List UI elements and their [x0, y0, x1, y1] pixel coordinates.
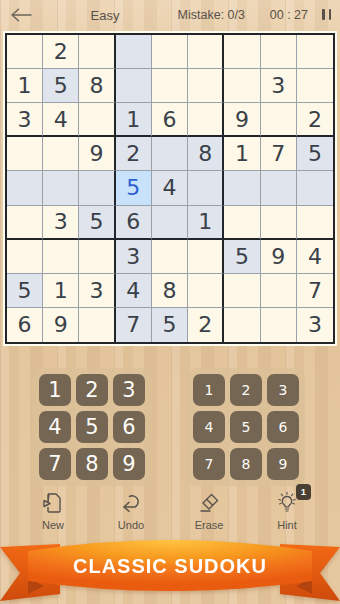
- cell-r4c3[interactable]: 9: [79, 137, 115, 171]
- cell-r5c2[interactable]: [43, 171, 79, 205]
- cell-r3c7[interactable]: 9: [224, 103, 260, 137]
- main-key-7[interactable]: 7: [39, 448, 71, 480]
- notes-key-2[interactable]: 2: [230, 374, 262, 406]
- cell-r6c4[interactable]: 6: [116, 206, 152, 240]
- cell-r1c4[interactable]: [116, 35, 152, 69]
- main-key-2[interactable]: 2: [76, 374, 108, 406]
- cell-r7c6[interactable]: [188, 240, 224, 274]
- cell-r4c2[interactable]: [43, 137, 79, 171]
- cell-r8c6[interactable]: [188, 274, 224, 308]
- cell-r8c4[interactable]: 4: [116, 274, 152, 308]
- cell-r6c9[interactable]: [297, 206, 333, 240]
- numpad-notes: 123456789: [187, 368, 305, 486]
- classic-sudoku-ribbon: CLASSIC SUDOKU: [0, 536, 340, 604]
- cell-r2c6[interactable]: [188, 69, 224, 103]
- cell-r1c6[interactable]: [188, 35, 224, 69]
- cell-r3c8[interactable]: [261, 103, 297, 137]
- cell-r5c3[interactable]: [79, 171, 115, 205]
- cell-r4c4[interactable]: 2: [116, 137, 152, 171]
- cell-r9c6[interactable]: 2: [188, 308, 224, 342]
- cell-r8c3[interactable]: 3: [79, 274, 115, 308]
- cell-r5c1[interactable]: [7, 171, 43, 205]
- cell-r3c6[interactable]: [188, 103, 224, 137]
- undo-icon: [118, 490, 144, 516]
- cell-r7c4[interactable]: 3: [116, 240, 152, 274]
- cell-r2c5[interactable]: [152, 69, 188, 103]
- cell-r2c3[interactable]: 8: [79, 69, 115, 103]
- pause-icon[interactable]: [322, 9, 331, 20]
- cell-r6c6[interactable]: 1: [188, 206, 224, 240]
- notes-key-3[interactable]: 3: [267, 374, 299, 406]
- cell-r3c5[interactable]: 6: [152, 103, 188, 137]
- undo-label: Undo: [118, 519, 144, 531]
- cell-r8c2[interactable]: 1: [43, 274, 79, 308]
- new-game-icon: [40, 490, 66, 516]
- cell-r4c6[interactable]: 8: [188, 137, 224, 171]
- notes-key-7[interactable]: 7: [193, 448, 225, 480]
- erase-icon: [196, 490, 222, 516]
- cell-r9c7[interactable]: [224, 308, 260, 342]
- cell-r7c9[interactable]: 4: [297, 240, 333, 274]
- cell-r4c9[interactable]: 5: [297, 137, 333, 171]
- hint-label: Hint: [277, 519, 297, 531]
- board-panel: 215833416929281755435613594513487697523: [3, 31, 337, 346]
- cell-r3c1[interactable]: 3: [7, 103, 43, 137]
- cell-r1c5[interactable]: [152, 35, 188, 69]
- cell-r8c9[interactable]: 7: [297, 274, 333, 308]
- cell-r3c3[interactable]: [79, 103, 115, 137]
- cell-r2c1[interactable]: 1: [7, 69, 43, 103]
- cell-r4c7[interactable]: 1: [224, 137, 260, 171]
- cell-r7c5[interactable]: [152, 240, 188, 274]
- numpad-main: 123456789: [33, 368, 151, 486]
- cell-r2c2[interactable]: 5: [43, 69, 79, 103]
- banner-text: CLASSIC SUDOKU: [73, 555, 267, 577]
- cell-r4c8[interactable]: 7: [261, 137, 297, 171]
- sudoku-app: Easy Mistake: 0/3 00 : 27 21583341692928…: [0, 0, 340, 604]
- cell-r9c9[interactable]: 3: [297, 308, 333, 342]
- erase-button[interactable]: Erase: [170, 490, 248, 531]
- notes-key-4[interactable]: 4: [193, 411, 225, 443]
- main-key-4[interactable]: 4: [39, 411, 71, 443]
- cell-r8c5[interactable]: 8: [152, 274, 188, 308]
- cell-r5c6[interactable]: [188, 171, 224, 205]
- cell-r1c9[interactable]: [297, 35, 333, 69]
- cell-r9c3[interactable]: [79, 308, 115, 342]
- sudoku-grid: 215833416929281755435613594513487697523: [5, 33, 335, 344]
- cell-r7c8[interactable]: 9: [261, 240, 297, 274]
- cell-r3c4[interactable]: 1: [116, 103, 152, 137]
- new-game-label: New: [42, 519, 64, 531]
- cell-r9c4[interactable]: 7: [116, 308, 152, 342]
- notes-key-8[interactable]: 8: [230, 448, 262, 480]
- hint-button[interactable]: 1 Hint: [248, 490, 326, 531]
- cell-r8c7[interactable]: [224, 274, 260, 308]
- cell-r1c8[interactable]: [261, 35, 297, 69]
- cell-r5c7[interactable]: [224, 171, 260, 205]
- toolbar: New Undo Erase 1: [0, 490, 340, 531]
- cell-r1c2[interactable]: 2: [43, 35, 79, 69]
- notes-key-9[interactable]: 9: [267, 448, 299, 480]
- cell-r2c9[interactable]: [297, 69, 333, 103]
- cell-r7c7[interactable]: 5: [224, 240, 260, 274]
- main-key-6[interactable]: 6: [113, 411, 145, 443]
- cell-r1c3[interactable]: [79, 35, 115, 69]
- hint-badge: 1: [296, 484, 311, 500]
- cell-r9c8[interactable]: [261, 308, 297, 342]
- main-key-9[interactable]: 9: [113, 448, 145, 480]
- cell-r4c1[interactable]: [7, 137, 43, 171]
- cell-r7c3[interactable]: [79, 240, 115, 274]
- cell-r4c5[interactable]: [152, 137, 188, 171]
- back-arrow-icon[interactable]: [10, 8, 32, 22]
- notes-key-6[interactable]: 6: [267, 411, 299, 443]
- erase-label: Erase: [195, 519, 224, 531]
- cell-r7c1[interactable]: [7, 240, 43, 274]
- new-game-button[interactable]: New: [14, 490, 92, 531]
- timer: 00 : 27: [270, 8, 308, 22]
- cell-r2c7[interactable]: [224, 69, 260, 103]
- cell-r6c2[interactable]: 3: [43, 206, 79, 240]
- cell-r6c7[interactable]: [224, 206, 260, 240]
- main-key-1[interactable]: 1: [39, 374, 71, 406]
- cell-r2c4[interactable]: [116, 69, 152, 103]
- difficulty-label: Easy: [91, 8, 120, 23]
- main-key-8[interactable]: 8: [76, 448, 108, 480]
- cell-r3c9[interactable]: 2: [297, 103, 333, 137]
- notes-key-5[interactable]: 5: [230, 411, 262, 443]
- cell-r1c7[interactable]: [224, 35, 260, 69]
- cell-r7c2[interactable]: [43, 240, 79, 274]
- main-key-5[interactable]: 5: [76, 411, 108, 443]
- cell-r3c2[interactable]: 4: [43, 103, 79, 137]
- main-key-3[interactable]: 3: [113, 374, 145, 406]
- top-bar: Easy Mistake: 0/3 00 : 27: [0, 0, 340, 30]
- cell-r6c5[interactable]: [152, 206, 188, 240]
- cell-r9c2[interactable]: 9: [43, 308, 79, 342]
- cell-r5c8[interactable]: [261, 171, 297, 205]
- cell-r5c5[interactable]: 4: [152, 171, 188, 205]
- cell-r6c8[interactable]: [261, 206, 297, 240]
- cell-r5c4[interactable]: 5: [116, 171, 152, 205]
- cell-r6c3[interactable]: 5: [79, 206, 115, 240]
- cell-r8c8[interactable]: [261, 274, 297, 308]
- cell-r8c1[interactable]: 5: [7, 274, 43, 308]
- cell-r9c1[interactable]: 6: [7, 308, 43, 342]
- cell-r5c9[interactable]: [297, 171, 333, 205]
- undo-button[interactable]: Undo: [92, 490, 170, 531]
- cell-r1c1[interactable]: [7, 35, 43, 69]
- cell-r2c8[interactable]: 3: [261, 69, 297, 103]
- notes-key-1[interactable]: 1: [193, 374, 225, 406]
- cell-r9c5[interactable]: 5: [152, 308, 188, 342]
- cell-r6c1[interactable]: [7, 206, 43, 240]
- mistake-counter: Mistake: 0/3: [178, 8, 245, 22]
